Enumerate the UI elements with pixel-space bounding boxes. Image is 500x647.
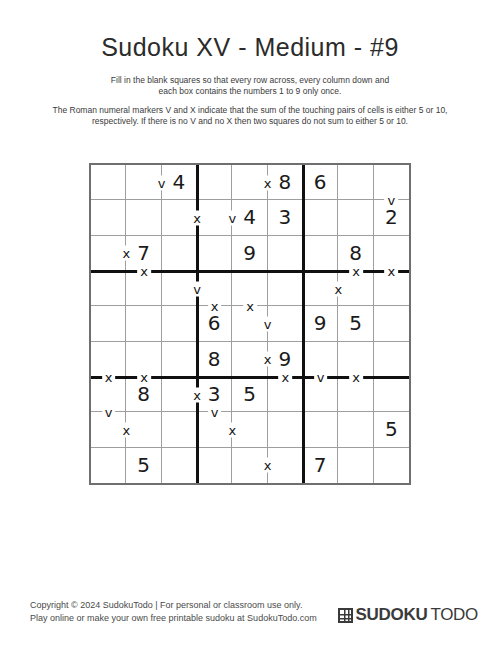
xv-marker-x: X [208, 299, 222, 314]
xv-marker-v: V [102, 405, 116, 420]
xv-marker-x: X [349, 370, 363, 385]
xv-marker-x: X [137, 370, 151, 385]
xv-marker-x: X [384, 264, 398, 279]
instructions-basic-line1: Fill in the blank squares so that every … [0, 75, 500, 86]
xv-marker-v: V [384, 193, 398, 208]
xv-marker-x: X [331, 281, 345, 296]
xv-marker-x: X [190, 211, 204, 226]
xv-marker-x: X [119, 423, 133, 438]
page-title: Sudoku XV - Medium - #9 [0, 33, 500, 62]
xv-marker-x: X [278, 370, 292, 385]
footer-copyright: Copyright © 2024 SudokuTodo | For person… [30, 599, 317, 625]
grid-logo-icon [338, 608, 353, 623]
xv-marker-v: V [225, 211, 239, 226]
xv-marker-x: X [119, 246, 133, 261]
xv-marker-x: X [243, 299, 257, 314]
xv-marker-v: V [155, 175, 169, 190]
printable-puzzle-page: Sudoku XV - Medium - #9 Fill in the blan… [0, 0, 500, 647]
xv-marker-v: V [208, 405, 222, 420]
xv-marker-x: X [190, 387, 204, 402]
xv-marker-x: X [349, 264, 363, 279]
xv-marker-x: X [261, 352, 275, 367]
xv-marker-v: V [190, 281, 204, 296]
sudokutodo-logo: SUDOKU TODO [338, 605, 478, 625]
instructions-xv-rule: The Roman numeral markers V and X indica… [0, 105, 500, 127]
instructions-xv-line1: The Roman numeral markers V and X indica… [0, 105, 500, 116]
instructions-basic-line2: each box contains the numbers 1 to 9 onl… [0, 86, 500, 97]
instructions-xv-line2: respectively. If there is no V and no X … [0, 116, 500, 127]
footer-copyright-line2: Play online or make your own free printa… [30, 612, 317, 625]
xv-marker-x: X [261, 458, 275, 473]
box-boundary-vertical [302, 165, 305, 483]
xv-marker-x: X [261, 175, 275, 190]
xv-marker-v: V [261, 317, 275, 332]
instructions-basic: Fill in the blank squares so that every … [0, 75, 500, 97]
sudoku-board: 48643279869589835557 VXXVXVXVXXXXXVXXXXX… [89, 163, 411, 485]
xv-marker-v: V [314, 370, 328, 385]
logo-text-todo: TODO [430, 605, 478, 625]
board-overlays: VXXVXVXVXXXXXVXXXXXXXXVXVV [91, 165, 409, 483]
logo-text-sudoku: SUDOKU [356, 605, 428, 625]
xv-marker-x: X [102, 370, 116, 385]
xv-marker-x: X [225, 423, 239, 438]
footer-copyright-line1: Copyright © 2024 SudokuTodo | For person… [30, 599, 317, 612]
xv-marker-x: X [137, 264, 151, 279]
